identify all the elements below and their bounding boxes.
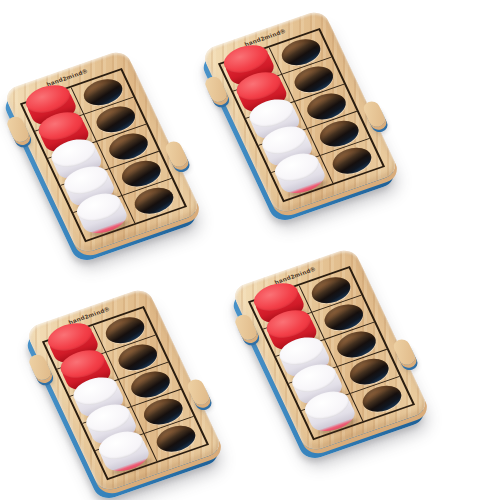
ten-frame-grid bbox=[248, 266, 415, 440]
ten-frame-board-bottom-right: hand2mind® bbox=[230, 247, 430, 454]
ten-frame-board-top-left: hand2mind® bbox=[2, 49, 202, 256]
ten-frame-grid bbox=[20, 68, 187, 242]
product-photo-scene: hand2mind® hand2mind® hand2mind® hand2mi… bbox=[0, 0, 478, 500]
ten-frame-board-bottom-left: hand2mind® bbox=[24, 287, 224, 494]
ten-frame-grid bbox=[218, 28, 385, 202]
ten-frame-grid bbox=[42, 306, 209, 480]
ten-frame-board-top-right: hand2mind® bbox=[200, 9, 400, 216]
